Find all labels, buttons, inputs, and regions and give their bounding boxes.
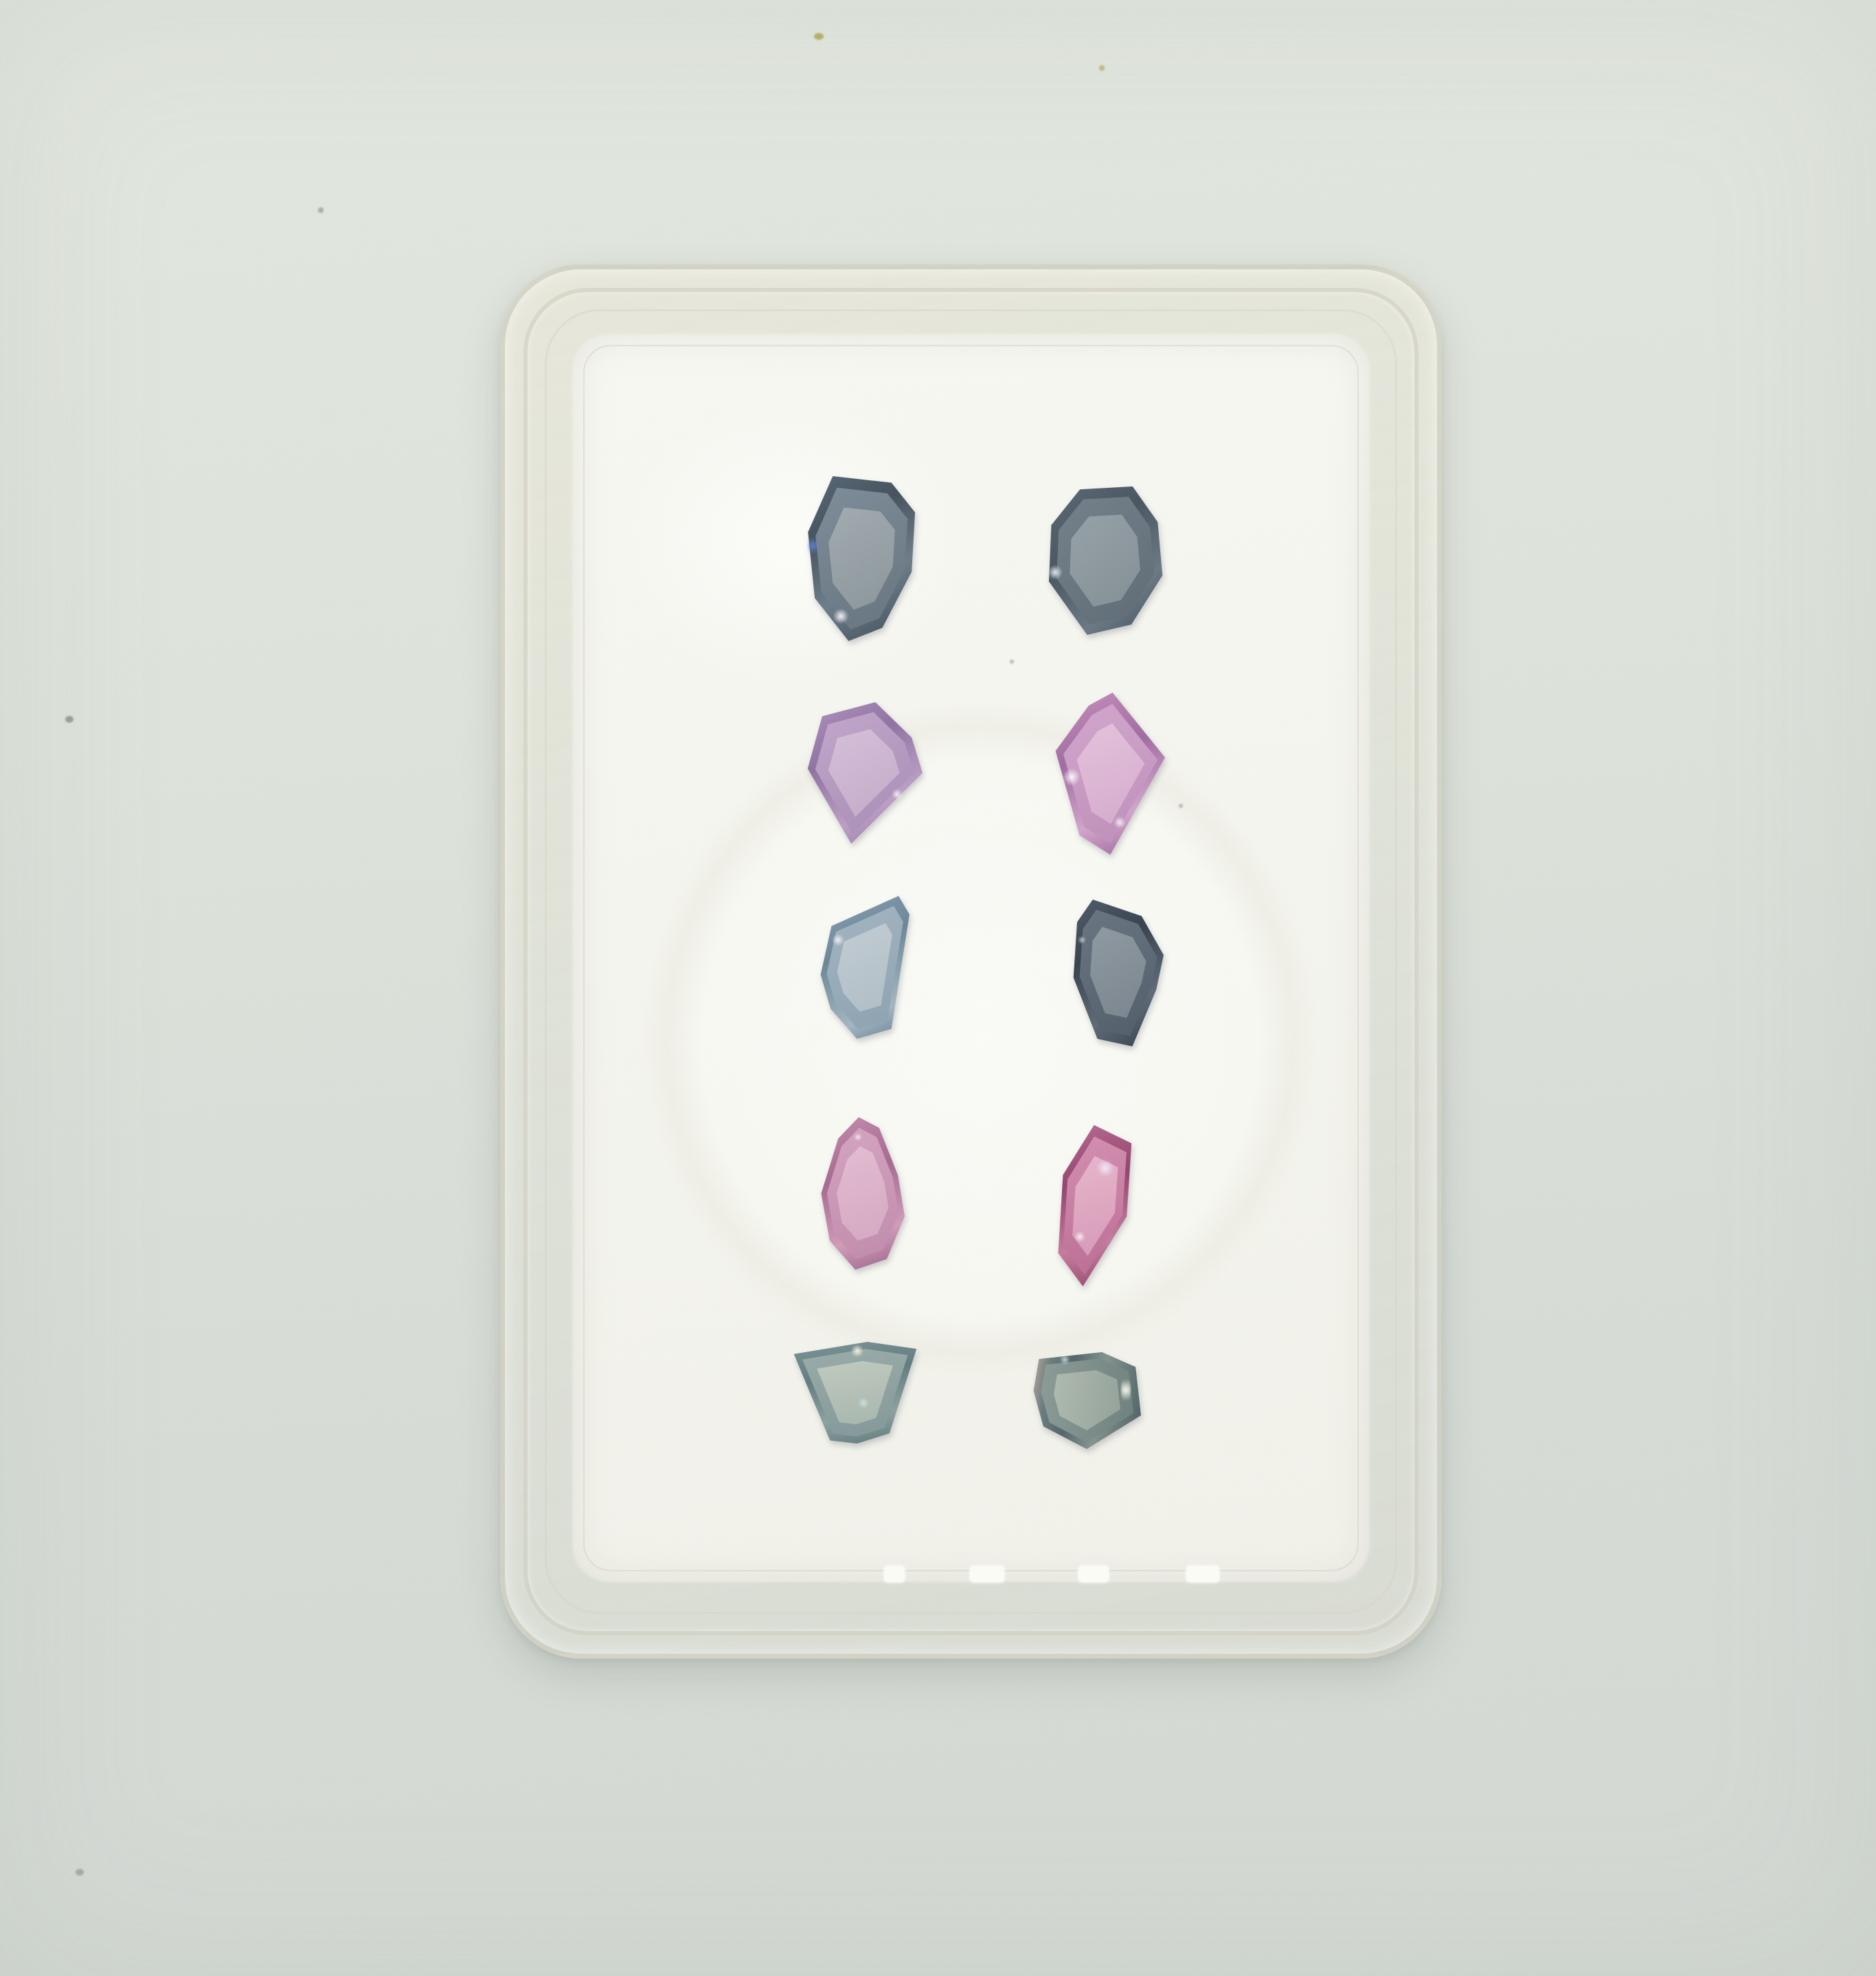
lid-snap-tab [1186, 1566, 1219, 1582]
lid-snap-tab [1078, 1566, 1109, 1582]
dust-speck [1099, 65, 1105, 71]
gem-6-row3-right [1072, 897, 1164, 1046]
gem-2-row1-right [1044, 486, 1164, 635]
dust-speck [1179, 804, 1183, 808]
gem-3-row2-left [802, 702, 923, 844]
gem-10-row5-right [1032, 1350, 1141, 1449]
dust-speck [1010, 660, 1014, 664]
lid-snap-tab [884, 1566, 905, 1582]
gem-9-row5-left [790, 1342, 919, 1444]
dust-speck [76, 1869, 84, 1876]
dust-speck [65, 716, 74, 723]
insert-sheen-top [615, 397, 972, 693]
white-insert [574, 335, 1368, 1581]
gem-display-box [500, 265, 1442, 1659]
gem-1-row1-left [806, 476, 918, 641]
gem-5-row3-left [819, 896, 909, 1039]
gem-7-row4-left [820, 1117, 905, 1270]
insert-sheen-circle [623, 682, 1337, 1397]
lid-snap-tab [970, 1566, 1004, 1582]
dust-speck [318, 207, 324, 213]
dust-speck [814, 33, 824, 40]
gem-4-row2-right [1054, 693, 1168, 855]
gem-8-row4-right [1056, 1123, 1135, 1290]
photo-background [0, 0, 1876, 1976]
